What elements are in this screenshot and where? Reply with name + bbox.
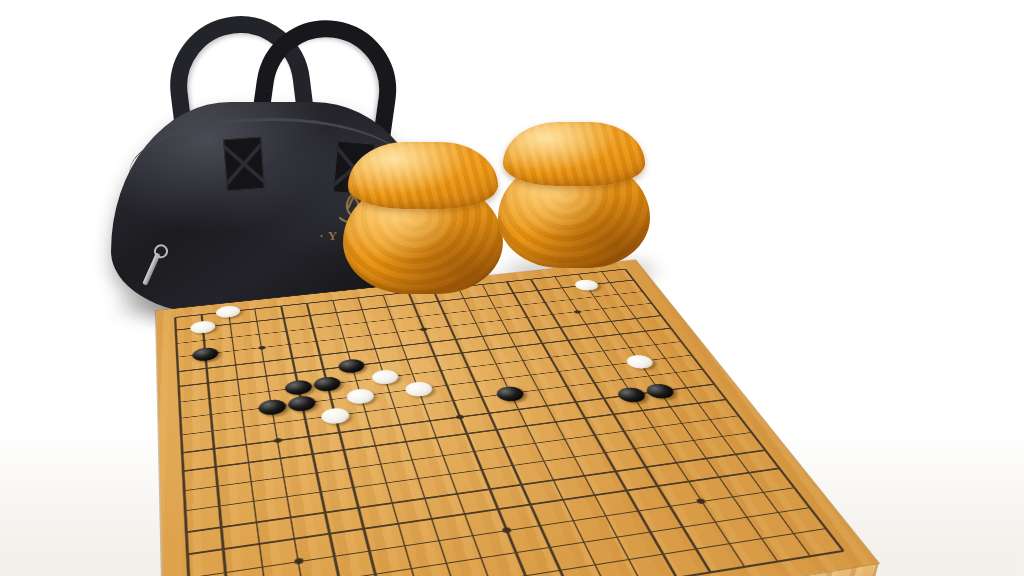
grid-line-v (408, 292, 537, 576)
grid-line-v (554, 277, 745, 567)
black-stone (494, 385, 527, 402)
star-point (258, 346, 265, 350)
star-point (696, 498, 707, 504)
grid-line-v (601, 272, 811, 557)
go-board (156, 260, 879, 576)
grid-line-v (625, 269, 845, 551)
grid-line-v (530, 279, 711, 572)
stone-bowl-right (498, 122, 650, 268)
white-stone (403, 380, 434, 397)
grid-line-v (506, 282, 677, 576)
bag-handle-tab-left (223, 137, 265, 192)
grid-line-h (191, 528, 826, 576)
white-stone (190, 320, 216, 334)
grid-line-h (190, 507, 810, 576)
black-stone (642, 383, 677, 400)
grid-line-h (180, 355, 692, 419)
white-stone (320, 407, 351, 425)
star-point (420, 327, 428, 331)
grid-line-v (306, 303, 389, 576)
grid-line-v (332, 300, 427, 576)
star-point (502, 527, 513, 534)
grid-line-v (228, 312, 274, 576)
black-stone (284, 379, 313, 396)
star-point (273, 438, 282, 443)
grid-line-h (189, 487, 795, 576)
grid-line-h (181, 369, 703, 436)
grid-line-h (185, 432, 752, 511)
star-point (294, 558, 304, 565)
white-stone (345, 387, 376, 404)
grid-line-h (193, 550, 844, 576)
white-stone (370, 369, 400, 386)
grid-line-v (578, 274, 779, 562)
star-point (456, 414, 465, 419)
grid-line-h (187, 468, 779, 555)
grid-line-h (186, 449, 765, 532)
grid-line-h (184, 415, 739, 491)
black-stone (257, 398, 287, 416)
go-board-grid (156, 260, 879, 576)
black-stone (313, 376, 343, 393)
white-stone (572, 279, 601, 292)
grid-line-v (280, 306, 351, 576)
black-stone (337, 358, 366, 374)
white-stone (623, 354, 656, 370)
black-stone (615, 386, 650, 403)
product-photo-scene: ·Y M I· (0, 0, 1024, 576)
stone-bowl-left-lid (348, 142, 498, 209)
grid-line-h (180, 341, 682, 403)
white-stone (216, 305, 242, 319)
black-stone (287, 394, 317, 412)
grid-line-v (482, 284, 643, 576)
stone-bowl-right-lid (503, 122, 646, 186)
stone-bowl-left (343, 142, 503, 294)
black-stone (192, 346, 219, 362)
